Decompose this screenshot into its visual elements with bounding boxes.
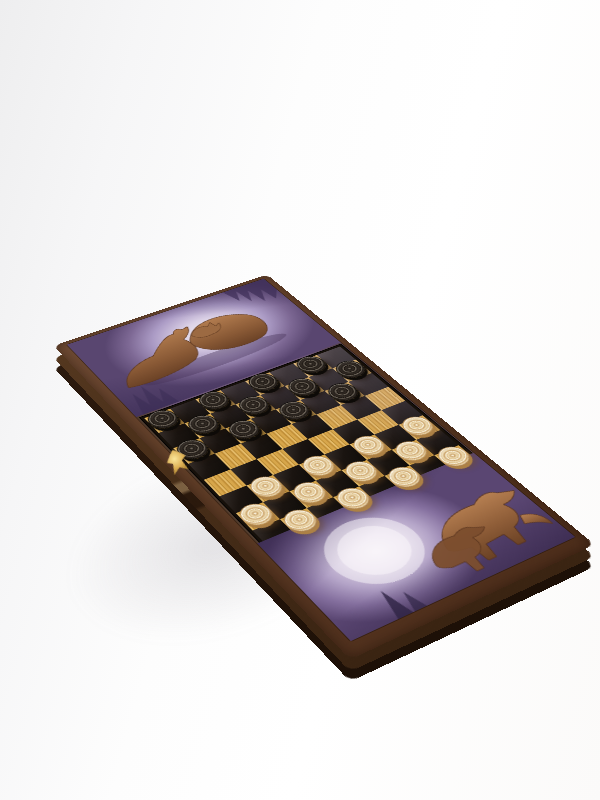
tree-icon (223, 279, 285, 310)
tree-icon (373, 587, 413, 619)
wolf-tail-icon (517, 509, 553, 532)
